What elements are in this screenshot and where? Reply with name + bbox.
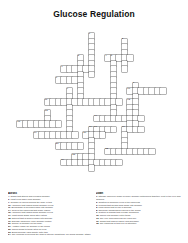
cell-r18c10[interactable] xyxy=(72,132,78,138)
cell-r18c15[interactable] xyxy=(100,132,106,138)
clue-number: 6 xyxy=(61,66,62,68)
clue-lists: Across 4. Organ that stores and releases… xyxy=(8,192,184,243)
cell-r21c24[interactable] xyxy=(149,149,155,155)
clue-number: 21 xyxy=(56,143,59,145)
down-clues-column: Down 1. Storage molecule made of many gl… xyxy=(96,192,184,243)
across-clues-column: Across 4. Organ that stores and releases… xyxy=(8,192,96,243)
clue-number: 15 xyxy=(17,121,20,123)
clue-item: 24. The process of keeping the body's in… xyxy=(8,233,93,236)
clue-number: 12 xyxy=(127,99,130,101)
cell-r15c22[interactable] xyxy=(138,116,144,122)
across-clue-list: 4. Organ that stores and releases glucos… xyxy=(8,195,93,236)
page-title: Glucose Regulation xyxy=(0,9,188,19)
clue-number: 7 xyxy=(56,77,57,79)
cell-r12c18[interactable] xyxy=(116,99,122,105)
clue-number: 1 xyxy=(89,33,90,35)
clue-number: 3 xyxy=(78,55,79,57)
cell-r17c22[interactable] xyxy=(138,127,144,133)
clue-number: 24 xyxy=(61,159,64,161)
cell-r7c13[interactable] xyxy=(89,72,95,78)
cell-r16c7[interactable] xyxy=(56,121,62,127)
clue-number: 14 xyxy=(94,115,97,117)
cell-r20c11[interactable] xyxy=(78,143,84,149)
down-clue-list: 1. Storage molecule made of many glucose… xyxy=(96,195,181,225)
cell-r23c18[interactable] xyxy=(116,160,122,166)
clue-number: 22 xyxy=(105,148,108,150)
clue-number: 9 xyxy=(67,88,68,90)
cell-r4c20[interactable] xyxy=(127,55,133,61)
cell-r17c17[interactable] xyxy=(111,127,117,133)
cell-r6c19[interactable] xyxy=(122,66,128,72)
clue-item: 18. The pancreas is this type of structu… xyxy=(96,222,181,225)
clue-number: 19 xyxy=(34,132,37,134)
clue-number: 23 xyxy=(72,154,75,156)
clue-number: 10 xyxy=(127,88,130,90)
clue-number: 11 xyxy=(45,99,47,101)
cell-r24c13[interactable] xyxy=(89,165,95,171)
clue-item-text: The process of keeping the body's intern… xyxy=(12,233,91,235)
clue-number: 17 xyxy=(94,126,97,128)
clue-number: 20 xyxy=(83,132,86,134)
clue-number: 2 xyxy=(122,38,123,40)
clue-item-text: The pancreas is this type of structure xyxy=(100,222,137,224)
clue-number: 8 xyxy=(133,82,134,84)
clue-number: 5 xyxy=(111,55,112,57)
cell-r10c26[interactable] xyxy=(160,88,166,94)
clue-number: 13 xyxy=(45,110,48,112)
clue-number: 4 xyxy=(105,55,106,57)
clue-item-text: Storage molecule made of many glucose un… xyxy=(96,195,181,200)
clue-number: 18 xyxy=(122,126,125,128)
crossword-board: 123456789101112131415161718192021222324 xyxy=(17,33,166,171)
clue-number: 16 xyxy=(89,126,92,128)
